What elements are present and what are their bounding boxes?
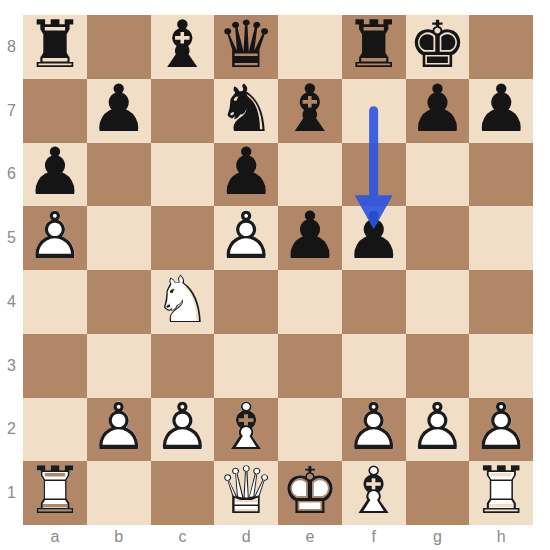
square-f5[interactable]: ♟ [342, 206, 406, 270]
piece-black-pawn-h7[interactable]: ♟ [469, 79, 533, 143]
square-c7[interactable] [151, 79, 215, 143]
rank-label-8: 8 [0, 15, 23, 79]
square-g3[interactable] [406, 334, 470, 398]
square-d6[interactable]: ♟ [214, 143, 278, 207]
file-label-g: g [406, 525, 470, 548]
square-f4[interactable] [342, 270, 406, 334]
square-f8[interactable]: ♜ [342, 15, 406, 79]
square-g8[interactable]: ♚ [406, 15, 470, 79]
file-label-e: e [278, 525, 342, 548]
piece-black-queen-d8[interactable]: ♛ [214, 15, 278, 79]
square-b8[interactable] [87, 15, 151, 79]
square-g6[interactable] [406, 143, 470, 207]
square-h6[interactable] [469, 143, 533, 207]
piece-white-pawn-h2[interactable]: ♟♙ [469, 398, 533, 462]
rank-label-6: 6 [0, 143, 23, 207]
square-b3[interactable] [87, 334, 151, 398]
square-h3[interactable] [469, 334, 533, 398]
piece-white-pawn-d5[interactable]: ♟♙ [214, 206, 278, 270]
square-d2[interactable]: ♝♗ [214, 398, 278, 462]
square-f3[interactable] [342, 334, 406, 398]
square-e7[interactable]: ♝ [278, 79, 342, 143]
piece-white-rook-a1[interactable]: ♜♖ [23, 461, 87, 525]
rank-label-3: 3 [0, 334, 23, 398]
square-h2[interactable]: ♟♙ [469, 398, 533, 462]
square-h4[interactable] [469, 270, 533, 334]
square-g7[interactable]: ♟ [406, 79, 470, 143]
square-c4[interactable]: ♞♘ [151, 270, 215, 334]
piece-black-bishop-e7[interactable]: ♝ [278, 79, 342, 143]
square-h8[interactable] [469, 15, 533, 79]
rank-label-2: 2 [0, 398, 23, 462]
square-h7[interactable]: ♟ [469, 79, 533, 143]
rank-label-5: 5 [0, 206, 23, 270]
square-c6[interactable] [151, 143, 215, 207]
square-g5[interactable] [406, 206, 470, 270]
file-label-c: c [151, 525, 215, 548]
piece-black-rook-a8[interactable]: ♜ [23, 15, 87, 79]
square-c3[interactable] [151, 334, 215, 398]
piece-white-king-e1[interactable]: ♚♔ [278, 461, 342, 525]
chess-app: 87654321 ♜♝♛♜♚♟♞♝♟♟♟♟♟♙♟♙♟♟♞♘♟♙♟♙♝♗♟♙♟♙♟… [0, 0, 550, 550]
square-g1[interactable] [406, 461, 470, 525]
square-f2[interactable]: ♟♙ [342, 398, 406, 462]
square-b6[interactable] [87, 143, 151, 207]
square-c2[interactable]: ♟♙ [151, 398, 215, 462]
square-d5[interactable]: ♟♙ [214, 206, 278, 270]
square-b7[interactable]: ♟ [87, 79, 151, 143]
piece-white-queen-d1[interactable]: ♛♕ [214, 461, 278, 525]
square-f1[interactable]: ♝♗ [342, 461, 406, 525]
square-b4[interactable] [87, 270, 151, 334]
rank-label-1: 1 [0, 461, 23, 525]
square-a5[interactable]: ♟♙ [23, 206, 87, 270]
piece-black-pawn-a6[interactable]: ♟ [23, 143, 87, 207]
rank-label-7: 7 [0, 79, 23, 143]
file-label-b: b [87, 525, 151, 548]
piece-black-pawn-b7[interactable]: ♟ [87, 79, 151, 143]
file-labels: abcdefgh [23, 525, 533, 548]
square-c8[interactable]: ♝ [151, 15, 215, 79]
square-e8[interactable] [278, 15, 342, 79]
piece-white-bishop-f1[interactable]: ♝♗ [342, 461, 406, 525]
piece-white-pawn-g2[interactable]: ♟♙ [406, 398, 470, 462]
piece-white-bishop-d2[interactable]: ♝♗ [214, 398, 278, 462]
piece-black-pawn-f5[interactable]: ♟ [342, 206, 406, 270]
square-a6[interactable]: ♟ [23, 143, 87, 207]
square-a7[interactable] [23, 79, 87, 143]
piece-white-pawn-a5[interactable]: ♟♙ [23, 206, 87, 270]
piece-white-pawn-c2[interactable]: ♟♙ [151, 398, 215, 462]
piece-white-rook-h1[interactable]: ♜♖ [469, 461, 533, 525]
square-e5[interactable]: ♟ [278, 206, 342, 270]
piece-black-pawn-g7[interactable]: ♟ [406, 79, 470, 143]
square-e3[interactable] [278, 334, 342, 398]
square-f6[interactable] [342, 143, 406, 207]
piece-white-pawn-b2[interactable]: ♟♙ [87, 398, 151, 462]
file-label-f: f [342, 525, 406, 548]
file-label-h: h [469, 525, 533, 548]
square-a2[interactable] [23, 398, 87, 462]
square-f7[interactable] [342, 79, 406, 143]
file-label-a: a [23, 525, 87, 548]
piece-white-pawn-f2[interactable]: ♟♙ [342, 398, 406, 462]
chess-board[interactable]: ♜♝♛♜♚♟♞♝♟♟♟♟♟♙♟♙♟♟♞♘♟♙♟♙♝♗♟♙♟♙♟♙♜♖♛♕♚♔♝♗… [23, 15, 533, 525]
piece-black-bishop-c8[interactable]: ♝ [151, 15, 215, 79]
square-a3[interactable] [23, 334, 87, 398]
square-d1[interactable]: ♛♕ [214, 461, 278, 525]
square-c1[interactable] [151, 461, 215, 525]
piece-black-pawn-e5[interactable]: ♟ [278, 206, 342, 270]
piece-white-knight-c4[interactable]: ♞♘ [151, 270, 215, 334]
square-h5[interactable] [469, 206, 533, 270]
square-d7[interactable]: ♞ [214, 79, 278, 143]
piece-black-rook-f8[interactable]: ♜ [342, 15, 406, 79]
square-d4[interactable] [214, 270, 278, 334]
square-g2[interactable]: ♟♙ [406, 398, 470, 462]
piece-black-knight-d7[interactable]: ♞ [214, 79, 278, 143]
file-label-d: d [214, 525, 278, 548]
square-a8[interactable]: ♜ [23, 15, 87, 79]
square-a4[interactable] [23, 270, 87, 334]
square-e6[interactable] [278, 143, 342, 207]
square-e2[interactable] [278, 398, 342, 462]
square-b1[interactable] [87, 461, 151, 525]
square-a1[interactable]: ♜♖ [23, 461, 87, 525]
square-d8[interactable]: ♛ [214, 15, 278, 79]
square-g4[interactable] [406, 270, 470, 334]
rank-label-4: 4 [0, 270, 23, 334]
piece-black-king-g8[interactable]: ♚ [406, 15, 470, 79]
square-b5[interactable] [87, 206, 151, 270]
square-e4[interactable] [278, 270, 342, 334]
square-d3[interactable] [214, 334, 278, 398]
square-e1[interactable]: ♚♔ [278, 461, 342, 525]
piece-black-pawn-d6[interactable]: ♟ [214, 143, 278, 207]
square-c5[interactable] [151, 206, 215, 270]
square-h1[interactable]: ♜♖ [469, 461, 533, 525]
square-b2[interactable]: ♟♙ [87, 398, 151, 462]
rank-labels: 87654321 [0, 15, 23, 525]
